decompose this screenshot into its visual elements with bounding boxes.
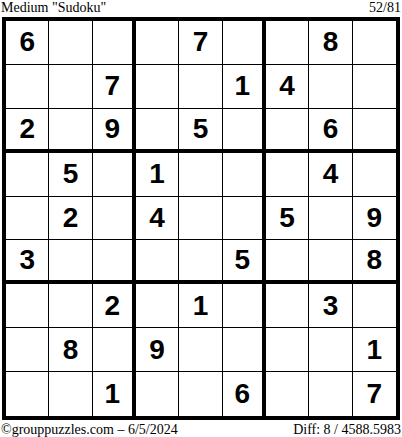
- given-digit: 2: [63, 204, 79, 232]
- sudoku-cell-r2c7: 4: [266, 65, 309, 109]
- sudoku-cell-r8c1[interactable]: [6, 328, 49, 372]
- given-digit: 5: [235, 246, 251, 274]
- given-digit: 6: [235, 380, 251, 408]
- given-digit: 3: [19, 246, 35, 274]
- sudoku-cell-r8c9: 1: [353, 328, 396, 372]
- sudoku-cell-r1c6[interactable]: [223, 21, 266, 65]
- sudoku-cell-r4c4: 1: [136, 153, 179, 197]
- sudoku-cell-r4c9[interactable]: [353, 153, 396, 197]
- sudoku-cell-r2c6: 1: [223, 65, 266, 109]
- sudoku-cell-r6c2[interactable]: [49, 240, 92, 284]
- given-digit: 6: [19, 28, 35, 56]
- sudoku-cell-r1c3[interactable]: [93, 21, 136, 65]
- given-digit: 1: [193, 292, 209, 320]
- sudoku-cell-r9c7[interactable]: [266, 372, 309, 416]
- sudoku-cell-r6c3[interactable]: [93, 240, 136, 284]
- given-digit: 8: [367, 246, 383, 274]
- sudoku-cell-r5c8[interactable]: [309, 197, 352, 241]
- sudoku-cell-r6c8[interactable]: [309, 240, 352, 284]
- given-digit: 5: [193, 115, 209, 143]
- sudoku-cell-r3c7[interactable]: [266, 109, 309, 153]
- sudoku-cell-r3c9[interactable]: [353, 109, 396, 153]
- sudoku-cell-r3c5: 5: [179, 109, 222, 153]
- difficulty-text: Diff: 8 / 4588.5983: [293, 423, 401, 437]
- given-digit: 4: [279, 72, 295, 100]
- sudoku-board: 67871429565142459358213891167: [2, 17, 400, 420]
- given-digit: 8: [323, 28, 339, 56]
- sudoku-cell-r4c5[interactable]: [179, 153, 222, 197]
- sudoku-cell-r5c7: 5: [266, 197, 309, 241]
- sudoku-cell-r2c8[interactable]: [309, 65, 352, 109]
- page-header: Medium "Sudoku" 52/81: [0, 0, 402, 17]
- sudoku-cell-r8c2: 8: [49, 328, 92, 372]
- sudoku-cell-r7c4[interactable]: [136, 284, 179, 328]
- sudoku-cell-r2c4[interactable]: [136, 65, 179, 109]
- sudoku-cell-r1c2[interactable]: [49, 21, 92, 65]
- given-digit: 2: [105, 292, 121, 320]
- sudoku-cell-r5c4: 4: [136, 197, 179, 241]
- sudoku-cell-r9c8[interactable]: [309, 372, 352, 416]
- sudoku-cell-r1c5: 7: [179, 21, 222, 65]
- sudoku-cell-r9c4[interactable]: [136, 372, 179, 416]
- sudoku-cell-r3c2[interactable]: [49, 109, 92, 153]
- given-digit: 3: [323, 292, 339, 320]
- sudoku-cell-r8c6[interactable]: [223, 328, 266, 372]
- page-footer: ©grouppuzzles.com – 6/5/2024 Diff: 8 / 4…: [0, 420, 402, 437]
- sudoku-cell-r9c1[interactable]: [6, 372, 49, 416]
- sudoku-cell-r4c6[interactable]: [223, 153, 266, 197]
- sudoku-cell-r7c6[interactable]: [223, 284, 266, 328]
- sudoku-cell-r2c2[interactable]: [49, 65, 92, 109]
- sudoku-cell-r4c2: 5: [49, 153, 92, 197]
- sudoku-cell-r2c5[interactable]: [179, 65, 222, 109]
- given-digit: 2: [19, 115, 35, 143]
- given-digit: 9: [105, 115, 121, 143]
- sudoku-cell-r4c1[interactable]: [6, 153, 49, 197]
- given-digit: 7: [367, 380, 383, 408]
- copyright-text: ©grouppuzzles.com – 6/5/2024: [1, 423, 178, 437]
- sudoku-cell-r1c7[interactable]: [266, 21, 309, 65]
- given-digit: 6: [323, 115, 339, 143]
- sudoku-cell-r4c3[interactable]: [93, 153, 136, 197]
- sudoku-page: Medium "Sudoku" 52/81 678714295651424593…: [0, 0, 402, 437]
- sudoku-cell-r8c3[interactable]: [93, 328, 136, 372]
- sudoku-cell-r9c2[interactable]: [49, 372, 92, 416]
- given-digit: 9: [367, 204, 383, 232]
- sudoku-cell-r5c6[interactable]: [223, 197, 266, 241]
- sudoku-cell-r1c4[interactable]: [136, 21, 179, 65]
- sudoku-cell-r7c1[interactable]: [6, 284, 49, 328]
- sudoku-cell-r6c7[interactable]: [266, 240, 309, 284]
- sudoku-cell-r5c5[interactable]: [179, 197, 222, 241]
- sudoku-cell-r2c3: 7: [93, 65, 136, 109]
- sudoku-cell-r1c1: 6: [6, 21, 49, 65]
- sudoku-cell-r6c1: 3: [6, 240, 49, 284]
- sudoku-cell-r8c4: 9: [136, 328, 179, 372]
- given-digit: 4: [149, 204, 165, 232]
- sudoku-cell-r7c8: 3: [309, 284, 352, 328]
- sudoku-cell-r7c7[interactable]: [266, 284, 309, 328]
- sudoku-cell-r8c8[interactable]: [309, 328, 352, 372]
- given-digit: 7: [193, 28, 209, 56]
- given-digit: 7: [105, 72, 121, 100]
- sudoku-cell-r2c9[interactable]: [353, 65, 396, 109]
- sudoku-cell-r6c9: 8: [353, 240, 396, 284]
- sudoku-cell-r3c6[interactable]: [223, 109, 266, 153]
- empty-cells-counter: 52/81: [369, 1, 401, 15]
- sudoku-cell-r1c9[interactable]: [353, 21, 396, 65]
- sudoku-cell-r9c5[interactable]: [179, 372, 222, 416]
- given-digit: 8: [63, 336, 79, 364]
- sudoku-cell-r4c8: 4: [309, 153, 352, 197]
- sudoku-cell-r5c1[interactable]: [6, 197, 49, 241]
- given-digit: 9: [149, 336, 165, 364]
- given-digit: 5: [63, 160, 79, 188]
- sudoku-cell-r1c8: 8: [309, 21, 352, 65]
- sudoku-cell-r9c3: 1: [93, 372, 136, 416]
- sudoku-cell-r3c1: 2: [6, 109, 49, 153]
- given-digit: 1: [235, 72, 251, 100]
- given-digit: 4: [323, 160, 339, 188]
- sudoku-cell-r7c2[interactable]: [49, 284, 92, 328]
- sudoku-cell-r9c9: 7: [353, 372, 396, 416]
- sudoku-cell-r3c8: 6: [309, 109, 352, 153]
- sudoku-cell-r5c3[interactable]: [93, 197, 136, 241]
- sudoku-cell-r6c5[interactable]: [179, 240, 222, 284]
- sudoku-cell-r5c9: 9: [353, 197, 396, 241]
- sudoku-cell-r6c4[interactable]: [136, 240, 179, 284]
- sudoku-cell-r4c7[interactable]: [266, 153, 309, 197]
- sudoku-cell-r5c2: 2: [49, 197, 92, 241]
- puzzle-title: Medium "Sudoku": [1, 1, 106, 15]
- sudoku-cell-r3c4[interactable]: [136, 109, 179, 153]
- given-digit: 1: [105, 380, 121, 408]
- given-digit: 1: [367, 336, 383, 364]
- sudoku-cell-r9c6: 6: [223, 372, 266, 416]
- sudoku-cell-r3c3: 9: [93, 109, 136, 153]
- sudoku-cell-r7c3: 2: [93, 284, 136, 328]
- sudoku-cell-r7c9[interactable]: [353, 284, 396, 328]
- sudoku-cell-r2c1[interactable]: [6, 65, 49, 109]
- sudoku-cell-r6c6: 5: [223, 240, 266, 284]
- sudoku-cell-r8c7[interactable]: [266, 328, 309, 372]
- given-digit: 5: [279, 204, 295, 232]
- sudoku-cell-r7c5: 1: [179, 284, 222, 328]
- sudoku-cell-r8c5[interactable]: [179, 328, 222, 372]
- given-digit: 1: [149, 160, 165, 188]
